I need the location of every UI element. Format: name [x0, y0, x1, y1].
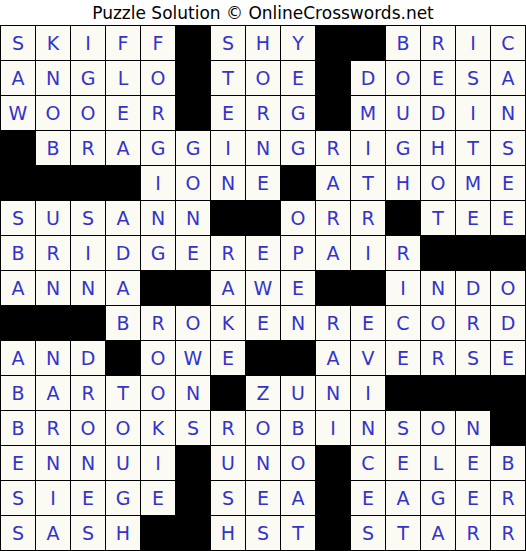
letter-cell-r14c12: A — [386, 481, 421, 516]
letter-cell-r15c9: T — [281, 516, 316, 551]
letter-cell-r11c1: B — [1, 376, 36, 411]
letter-cell-r6c9: O — [281, 201, 316, 236]
letter-cell-r2c5: O — [141, 61, 176, 96]
letter-cell-r5c8: E — [246, 166, 281, 201]
letter-cell-r11c2: A — [36, 376, 71, 411]
letter-cell-r12c9: B — [281, 411, 316, 446]
letter-cell-r8c15: O — [491, 271, 526, 306]
letter-cell-r14c2: I — [36, 481, 71, 516]
letter-cell-r10c10: A — [316, 341, 351, 376]
letter-cell-r7c2: R — [36, 236, 71, 271]
letter-cell-r4c11: I — [351, 131, 386, 166]
puzzle-solution-page: Puzzle Solution © OnlineCrosswords.net S… — [0, 0, 526, 551]
letter-cell-r1c9: Y — [281, 26, 316, 61]
block-cell-r12c15 — [491, 411, 526, 446]
block-cell-r8c6 — [176, 271, 211, 306]
letter-cell-r5c14: M — [456, 166, 491, 201]
letter-cell-r4c5: G — [141, 131, 176, 166]
letter-cell-r13c8: N — [246, 446, 281, 481]
block-cell-r3c6 — [176, 96, 211, 131]
letter-cell-r2c1: A — [1, 61, 36, 96]
block-cell-r11c14 — [456, 376, 491, 411]
letter-cell-r13c11: C — [351, 446, 386, 481]
letter-cell-r4c12: G — [386, 131, 421, 166]
block-cell-r11c7 — [211, 376, 246, 411]
letter-cell-r2c12: O — [386, 61, 421, 96]
letter-cell-r2c14: S — [456, 61, 491, 96]
letter-cell-r3c2: O — [36, 96, 71, 131]
letter-cell-r15c8: S — [246, 516, 281, 551]
letter-cell-r5c13: O — [421, 166, 456, 201]
letter-cell-r8c7: A — [211, 271, 246, 306]
letter-cell-r6c14: E — [456, 201, 491, 236]
letter-cell-r15c13: A — [421, 516, 456, 551]
block-cell-r1c6 — [176, 26, 211, 61]
letter-cell-r11c11: I — [351, 376, 386, 411]
block-cell-r6c8 — [246, 201, 281, 236]
letter-cell-r11c10: N — [316, 376, 351, 411]
letter-cell-r6c1: S — [1, 201, 36, 236]
block-cell-r9c2 — [36, 306, 71, 341]
letter-cell-r3c8: R — [246, 96, 281, 131]
letter-cell-r12c11: N — [351, 411, 386, 446]
letter-cell-r12c5: K — [141, 411, 176, 446]
letter-cell-r13c2: N — [36, 446, 71, 481]
letter-cell-r3c14: I — [456, 96, 491, 131]
block-cell-r9c1 — [1, 306, 36, 341]
letter-cell-r9c14: R — [456, 306, 491, 341]
letter-cell-r1c3: I — [71, 26, 106, 61]
letter-cell-r4c9: G — [281, 131, 316, 166]
letter-cell-r3c1: W — [1, 96, 36, 131]
letter-cell-r13c4: U — [106, 446, 141, 481]
letter-cell-r10c12: E — [386, 341, 421, 376]
letter-cell-r1c13: R — [421, 26, 456, 61]
letter-cell-r15c2: A — [36, 516, 71, 551]
letter-cell-r6c13: T — [421, 201, 456, 236]
letter-cell-r8c13: N — [421, 271, 456, 306]
block-cell-r9c3 — [71, 306, 106, 341]
letter-cell-r10c2: N — [36, 341, 71, 376]
letter-cell-r12c7: R — [211, 411, 246, 446]
block-cell-r10c4 — [106, 341, 141, 376]
letter-cell-r2c9: E — [281, 61, 316, 96]
letter-cell-r7c10: A — [316, 236, 351, 271]
letter-cell-r13c15: B — [491, 446, 526, 481]
letter-cell-r8c8: W — [246, 271, 281, 306]
letter-cell-r11c6: N — [176, 376, 211, 411]
letter-cell-r14c4: G — [106, 481, 141, 516]
letter-cell-r8c3: N — [71, 271, 106, 306]
letter-cell-r12c6: S — [176, 411, 211, 446]
letter-cell-r1c12: B — [386, 26, 421, 61]
letter-cell-r6c15: E — [491, 201, 526, 236]
letter-cell-r1c8: H — [246, 26, 281, 61]
letter-cell-r15c3: S — [71, 516, 106, 551]
letter-cell-r1c14: I — [456, 26, 491, 61]
letter-cell-r15c4: H — [106, 516, 141, 551]
letter-cell-r14c15: R — [491, 481, 526, 516]
letter-cell-r11c4: T — [106, 376, 141, 411]
letter-cell-r10c13: R — [421, 341, 456, 376]
letter-cell-r7c3: I — [71, 236, 106, 271]
block-cell-r7c15 — [491, 236, 526, 271]
block-cell-r11c13 — [421, 376, 456, 411]
letter-cell-r3c15: N — [491, 96, 526, 131]
letter-cell-r7c6: E — [176, 236, 211, 271]
letter-cell-r4c13: H — [421, 131, 456, 166]
letter-cell-r7c9: P — [281, 236, 316, 271]
letter-cell-r4c7: I — [211, 131, 246, 166]
letter-cell-r9c13: O — [421, 306, 456, 341]
letter-cell-r13c12: E — [386, 446, 421, 481]
letter-cell-r2c3: G — [71, 61, 106, 96]
letter-cell-r10c1: A — [1, 341, 36, 376]
letter-cell-r10c15: E — [491, 341, 526, 376]
letter-cell-r8c4: A — [106, 271, 141, 306]
letter-cell-r12c10: I — [316, 411, 351, 446]
block-cell-r15c10 — [316, 516, 351, 551]
letter-cell-r4c2: B — [36, 131, 71, 166]
letter-cell-r4c6: G — [176, 131, 211, 166]
letter-cell-r6c2: U — [36, 201, 71, 236]
crossword-grid: SKIFFSHYBRICANGLOTOEDOESAWOOERERGMUDINBR… — [0, 25, 526, 551]
letter-cell-r9c4: B — [106, 306, 141, 341]
letter-cell-r9c15: D — [491, 306, 526, 341]
letter-cell-r9c12: C — [386, 306, 421, 341]
letter-cell-r14c5: E — [141, 481, 176, 516]
letter-cell-r8c14: D — [456, 271, 491, 306]
letter-cell-r14c1: S — [1, 481, 36, 516]
letter-cell-r1c15: C — [491, 26, 526, 61]
letter-cell-r5c15: E — [491, 166, 526, 201]
letter-cell-r5c12: H — [386, 166, 421, 201]
letter-cell-r4c10: R — [316, 131, 351, 166]
letter-cell-r13c9: O — [281, 446, 316, 481]
block-cell-r8c5 — [141, 271, 176, 306]
letter-cell-r7c8: E — [246, 236, 281, 271]
letter-cell-r11c3: R — [71, 376, 106, 411]
letter-cell-r7c4: D — [106, 236, 141, 271]
letter-cell-r10c6: W — [176, 341, 211, 376]
page-title: Puzzle Solution © OnlineCrosswords.net — [0, 0, 526, 25]
letter-cell-r13c13: L — [421, 446, 456, 481]
letter-cell-r10c3: D — [71, 341, 106, 376]
letter-cell-r3c4: E — [106, 96, 141, 131]
letter-cell-r12c8: O — [246, 411, 281, 446]
letter-cell-r11c8: Z — [246, 376, 281, 411]
block-cell-r2c10 — [316, 61, 351, 96]
letter-cell-r12c4: O — [106, 411, 141, 446]
letter-cell-r2c13: E — [421, 61, 456, 96]
letter-cell-r9c6: O — [176, 306, 211, 341]
letter-cell-r4c3: R — [71, 131, 106, 166]
letter-cell-r12c12: S — [386, 411, 421, 446]
block-cell-r6c12 — [386, 201, 421, 236]
letter-cell-r14c7: S — [211, 481, 246, 516]
letter-cell-r3c11: M — [351, 96, 386, 131]
letter-cell-r3c13: D — [421, 96, 456, 131]
letter-cell-r12c3: O — [71, 411, 106, 446]
letter-cell-r2c11: D — [351, 61, 386, 96]
letter-cell-r4c4: A — [106, 131, 141, 166]
letter-cell-r11c5: O — [141, 376, 176, 411]
letter-cell-r12c2: R — [36, 411, 71, 446]
block-cell-r10c8 — [246, 341, 281, 376]
block-cell-r7c14 — [456, 236, 491, 271]
letter-cell-r6c3: S — [71, 201, 106, 236]
letter-cell-r9c10: R — [316, 306, 351, 341]
letter-cell-r14c3: E — [71, 481, 106, 516]
letter-cell-r9c9: N — [281, 306, 316, 341]
letter-cell-r4c14: T — [456, 131, 491, 166]
block-cell-r7c13 — [421, 236, 456, 271]
letter-cell-r14c8: E — [246, 481, 281, 516]
letter-cell-r7c12: R — [386, 236, 421, 271]
block-cell-r6c7 — [211, 201, 246, 236]
block-cell-r15c6 — [176, 516, 211, 551]
letter-cell-r14c14: E — [456, 481, 491, 516]
letter-cell-r9c8: E — [246, 306, 281, 341]
letter-cell-r13c7: U — [211, 446, 246, 481]
letter-cell-r6c6: N — [176, 201, 211, 236]
letter-cell-r4c8: N — [246, 131, 281, 166]
block-cell-r15c5 — [141, 516, 176, 551]
block-cell-r5c9 — [281, 166, 316, 201]
letter-cell-r1c1: S — [1, 26, 36, 61]
block-cell-r5c1 — [1, 166, 36, 201]
letter-cell-r2c4: L — [106, 61, 141, 96]
letter-cell-r4c15: S — [491, 131, 526, 166]
letter-cell-r5c11: T — [351, 166, 386, 201]
letter-cell-r13c1: E — [1, 446, 36, 481]
letter-cell-r14c9: A — [281, 481, 316, 516]
letter-cell-r7c7: R — [211, 236, 246, 271]
block-cell-r1c10 — [316, 26, 351, 61]
block-cell-r3c10 — [316, 96, 351, 131]
block-cell-r14c6 — [176, 481, 211, 516]
letter-cell-r10c7: E — [211, 341, 246, 376]
letter-cell-r14c13: G — [421, 481, 456, 516]
block-cell-r11c12 — [386, 376, 421, 411]
letter-cell-r14c11: E — [351, 481, 386, 516]
letter-cell-r1c7: S — [211, 26, 246, 61]
block-cell-r14c10 — [316, 481, 351, 516]
letter-cell-r7c11: I — [351, 236, 386, 271]
block-cell-r5c2 — [36, 166, 71, 201]
block-cell-r5c3 — [71, 166, 106, 201]
block-cell-r8c11 — [351, 271, 386, 306]
letter-cell-r10c11: V — [351, 341, 386, 376]
letter-cell-r15c11: S — [351, 516, 386, 551]
letter-cell-r8c2: N — [36, 271, 71, 306]
letter-cell-r3c5: R — [141, 96, 176, 131]
letter-cell-r2c15: A — [491, 61, 526, 96]
letter-cell-r5c10: A — [316, 166, 351, 201]
letter-cell-r7c5: G — [141, 236, 176, 271]
letter-cell-r15c7: H — [211, 516, 246, 551]
block-cell-r11c15 — [491, 376, 526, 411]
letter-cell-r3c7: E — [211, 96, 246, 131]
letter-cell-r7c1: B — [1, 236, 36, 271]
letter-cell-r12c14: N — [456, 411, 491, 446]
letter-cell-r15c1: S — [1, 516, 36, 551]
letter-cell-r6c10: R — [316, 201, 351, 236]
letter-cell-r5c5: I — [141, 166, 176, 201]
letter-cell-r8c1: A — [1, 271, 36, 306]
letter-cell-r9c7: K — [211, 306, 246, 341]
letter-cell-r12c13: O — [421, 411, 456, 446]
letter-cell-r10c14: S — [456, 341, 491, 376]
letter-cell-r15c15: R — [491, 516, 526, 551]
letter-cell-r2c7: T — [211, 61, 246, 96]
letter-cell-r3c9: G — [281, 96, 316, 131]
letter-cell-r1c2: K — [36, 26, 71, 61]
block-cell-r4c1 — [1, 131, 36, 166]
letter-cell-r10c5: O — [141, 341, 176, 376]
letter-cell-r3c12: U — [386, 96, 421, 131]
letter-cell-r13c14: E — [456, 446, 491, 481]
block-cell-r13c10 — [316, 446, 351, 481]
letter-cell-r12c1: B — [1, 411, 36, 446]
letter-cell-r1c4: F — [106, 26, 141, 61]
letter-cell-r9c11: E — [351, 306, 386, 341]
letter-cell-r15c12: T — [386, 516, 421, 551]
letter-cell-r2c8: O — [246, 61, 281, 96]
letter-cell-r8c9: E — [281, 271, 316, 306]
block-cell-r10c9 — [281, 341, 316, 376]
letter-cell-r15c14: R — [456, 516, 491, 551]
letter-cell-r8c12: I — [386, 271, 421, 306]
letter-cell-r6c11: R — [351, 201, 386, 236]
letter-cell-r13c3: N — [71, 446, 106, 481]
block-cell-r8c10 — [316, 271, 351, 306]
letter-cell-r2c2: N — [36, 61, 71, 96]
letter-cell-r11c9: U — [281, 376, 316, 411]
letter-cell-r5c6: O — [176, 166, 211, 201]
letter-cell-r13c5: I — [141, 446, 176, 481]
block-cell-r13c6 — [176, 446, 211, 481]
letter-cell-r1c5: F — [141, 26, 176, 61]
block-cell-r2c6 — [176, 61, 211, 96]
block-cell-r5c4 — [106, 166, 141, 201]
block-cell-r1c11 — [351, 26, 386, 61]
letter-cell-r6c4: A — [106, 201, 141, 236]
letter-cell-r5c7: N — [211, 166, 246, 201]
letter-cell-r6c5: N — [141, 201, 176, 236]
letter-cell-r9c5: R — [141, 306, 176, 341]
letter-cell-r3c3: O — [71, 96, 106, 131]
